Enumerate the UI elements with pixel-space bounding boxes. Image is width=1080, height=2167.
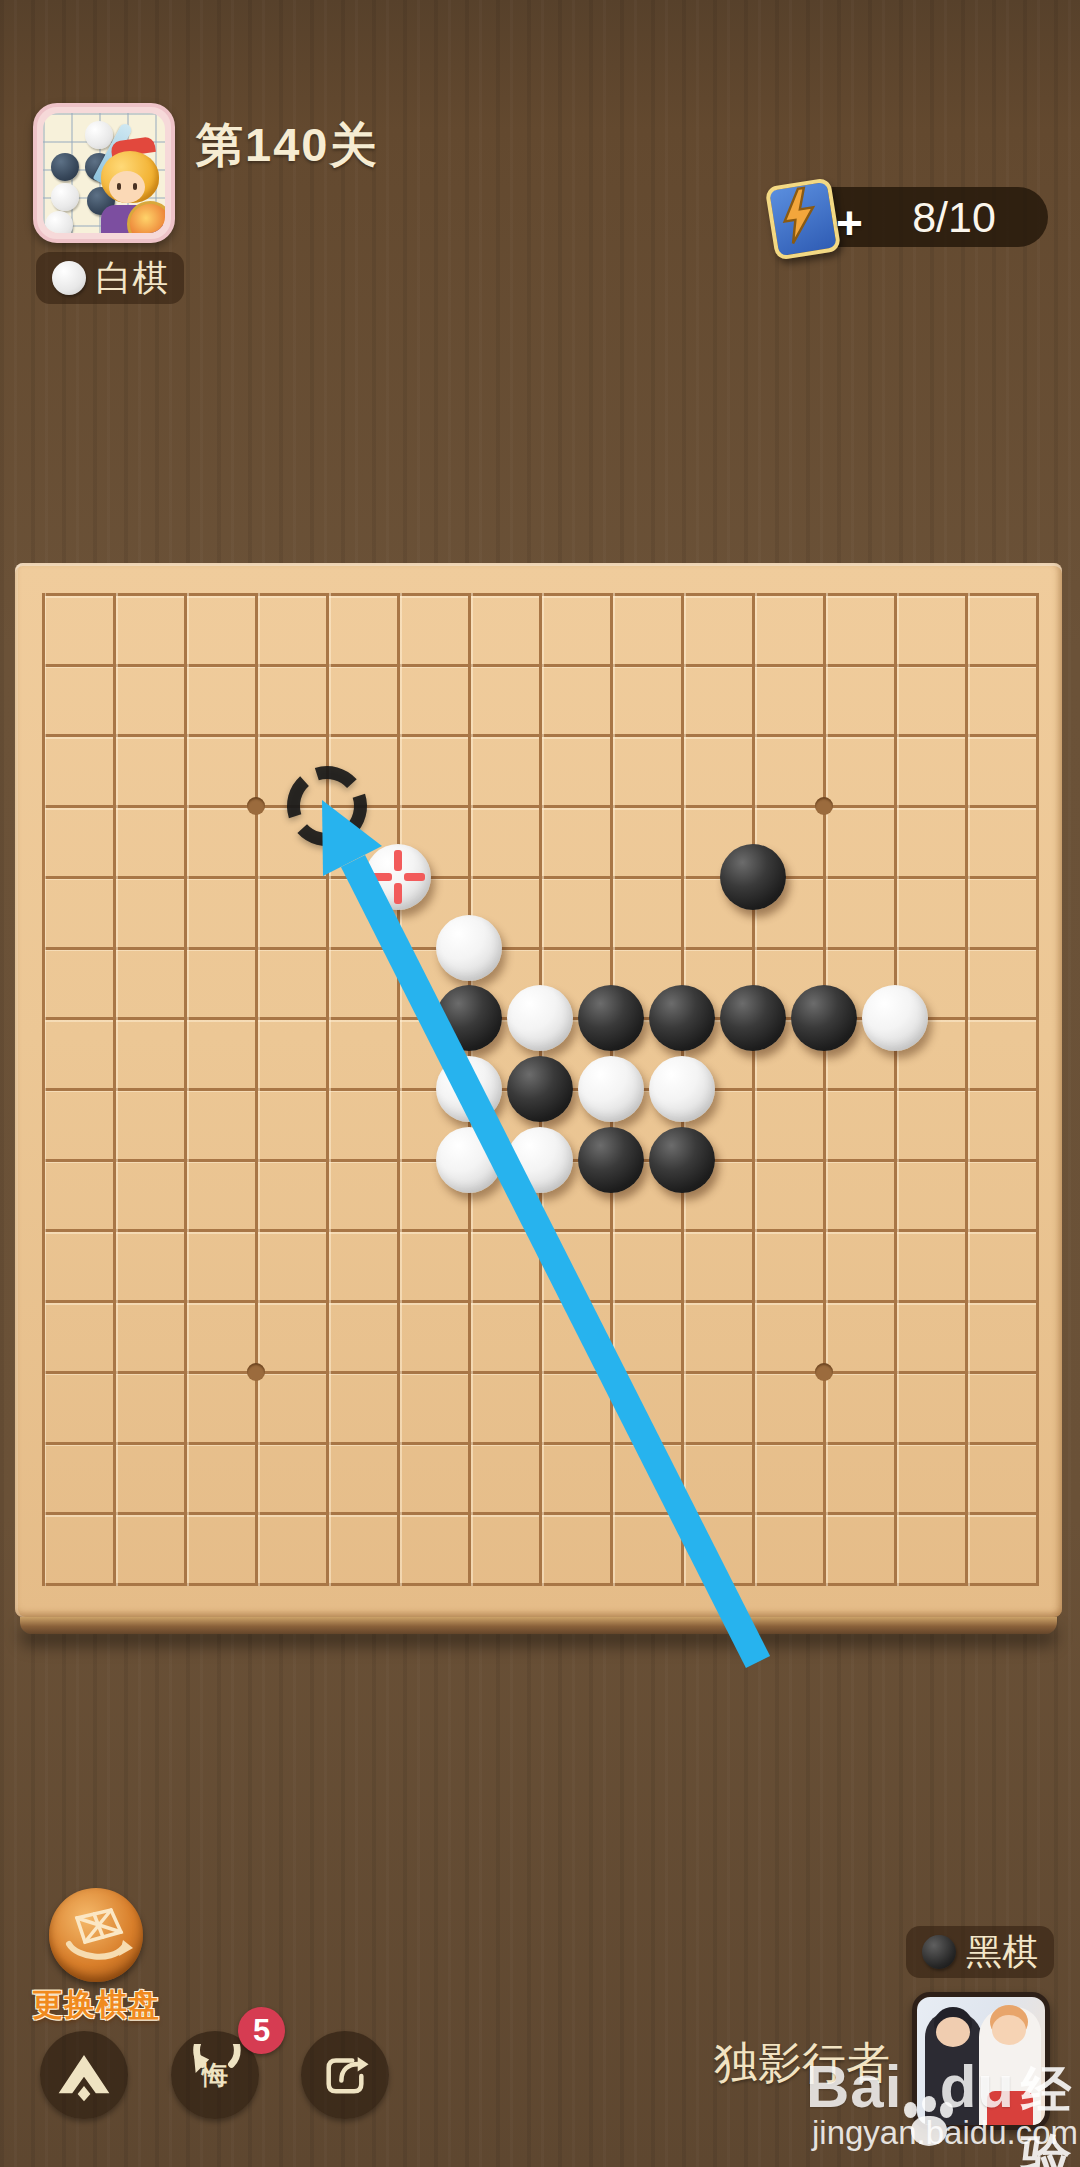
stone-white (436, 1127, 502, 1193)
level-title: 第140关 (196, 114, 378, 177)
player-avatar (33, 103, 175, 243)
undo-count-badge: 5 (238, 2007, 285, 2054)
stone-white (507, 985, 573, 1051)
energy-count: 8/10 (912, 193, 996, 242)
star-point (815, 1363, 833, 1381)
stone-black (720, 985, 786, 1051)
game-screen: 第140关 白棋 8/10 + (0, 0, 1080, 2167)
avatar-figure-left (925, 2011, 983, 2130)
stone-white (862, 985, 928, 1051)
stone-black (436, 985, 502, 1051)
stone-white (578, 1056, 644, 1122)
stone-white (436, 1056, 502, 1122)
star-point (247, 1363, 265, 1381)
energy-lightning-icon[interactable] (765, 177, 842, 260)
player-side-label: 白棋 (96, 254, 168, 303)
change-board-label: 更换棋盘 (26, 1984, 166, 2026)
share-button[interactable] (301, 2031, 389, 2119)
stone-black (649, 1127, 715, 1193)
gomoku-board[interactable] (15, 563, 1062, 1617)
opponent-side-badge: 黑棋 (906, 1926, 1054, 1978)
opponent-avatar (912, 1992, 1050, 2130)
submit-move-button[interactable] (40, 2031, 128, 2119)
stone-black (507, 1056, 573, 1122)
opponent-side-label: 黑棋 (966, 1928, 1038, 1977)
change-board-icon (49, 1888, 143, 1982)
change-board-button[interactable]: 更换棋盘 (26, 1888, 166, 2026)
energy-add-icon[interactable]: + (836, 196, 863, 250)
black-stone-icon (922, 1935, 956, 1969)
up-chevron-icon (55, 2046, 113, 2104)
hint-target-marker[interactable] (279, 758, 375, 854)
avatar-figure-right (979, 2007, 1041, 2130)
stone-black (791, 985, 857, 1051)
player-side-badge: 白棋 (36, 252, 184, 304)
stone-white (507, 1127, 573, 1193)
undo-character: 悔 (202, 2058, 228, 2093)
stone-white (649, 1056, 715, 1122)
player-avatar-art (43, 113, 165, 233)
stone-black (578, 985, 644, 1051)
stone-white (436, 915, 502, 981)
share-icon (316, 2046, 374, 2104)
stone-black (720, 844, 786, 910)
white-stone-icon (52, 261, 86, 295)
stone-black (578, 1127, 644, 1193)
stone-black (649, 985, 715, 1051)
opponent-name: 独影行者 (600, 2034, 890, 2093)
